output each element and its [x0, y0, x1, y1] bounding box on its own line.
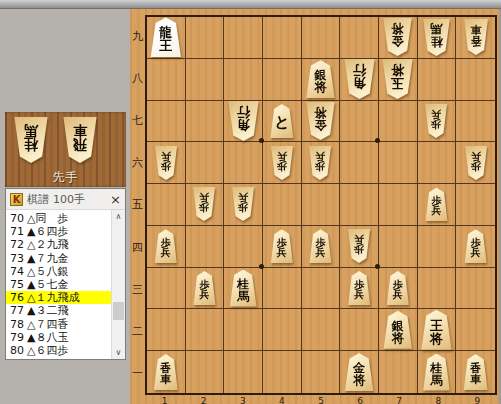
cell-4-5[interactable]: [263, 184, 302, 226]
shogi-piece-歩兵-gote[interactable]: 歩兵: [192, 271, 216, 305]
shogi-piece-金将-gote[interactable]: 金将: [344, 353, 375, 391]
shogi-piece-角行-sente[interactable]: 角行: [343, 59, 376, 99]
move-text: ▲５七金: [27, 278, 68, 291]
cell-6-9[interactable]: [340, 17, 379, 59]
piece-kanji: 金: [314, 119, 326, 131]
shogi-piece-歩兵-gote[interactable]: 歩兵: [154, 229, 178, 263]
move-text: ▲７九金: [27, 252, 68, 265]
cell-6-5[interactable]: [340, 184, 379, 226]
piece-kanji: 金: [392, 35, 404, 47]
piece-kanji: 龍: [159, 26, 172, 39]
piece-kanji: 歩: [238, 202, 248, 212]
cell-5-9[interactable]: [302, 17, 341, 59]
shogi-piece-歩兵-sente[interactable]: 歩兵: [424, 104, 448, 138]
piece-kanji: 歩: [161, 161, 171, 171]
kifu-move-row-77[interactable]: 77▲３二飛: [6, 304, 111, 317]
cell-2-8[interactable]: [186, 59, 225, 101]
piece-kanji: 馬: [24, 124, 38, 138]
rank-labels: 九八七六五四三二一: [130, 15, 145, 395]
piece-kanji: 将: [392, 23, 404, 35]
piece-kanji: 王: [159, 39, 172, 52]
piece-kanji: 兵: [315, 151, 325, 161]
shogi-piece-歩兵-sente[interactable]: 歩兵: [464, 146, 488, 180]
cell-4-7[interactable]: と: [263, 101, 302, 143]
piece-kanji: 車: [160, 374, 171, 385]
piece-kanji: 兵: [199, 192, 209, 202]
shogi-piece-桂馬-sente[interactable]: 桂馬: [13, 117, 49, 163]
piece-kanji: 歩: [471, 161, 481, 171]
cell-9-3[interactable]: [456, 268, 495, 310]
cell-3-4[interactable]: [224, 226, 263, 268]
cell-3-8[interactable]: [224, 59, 263, 101]
cell-6-6[interactable]: [340, 142, 379, 184]
rank-label: 二: [130, 311, 145, 353]
cell-9-6[interactable]: 歩兵: [456, 142, 495, 184]
move-number: 74: [6, 265, 24, 278]
cell-7-5[interactable]: [379, 184, 418, 226]
kifu-move-count: 100手: [53, 192, 85, 207]
file-label: 8: [419, 396, 458, 404]
cell-8-9[interactable]: 桂馬: [418, 17, 457, 59]
cell-3-7[interactable]: 角行: [224, 101, 263, 143]
cell-9-8[interactable]: [456, 59, 495, 101]
piece-kanji: 歩: [199, 202, 209, 212]
kifu-move-row-73[interactable]: 73▲７九金: [6, 252, 111, 265]
piece-kanji: 桂: [430, 35, 442, 47]
piece-kanji: 銀: [392, 320, 404, 332]
cell-4-9[interactable]: [263, 17, 302, 59]
cell-7-9[interactable]: 金将: [379, 17, 418, 59]
cell-9-1[interactable]: 香車: [456, 351, 495, 393]
piece-kanji: 兵: [277, 151, 287, 161]
cell-6-8[interactable]: 角行: [340, 59, 379, 101]
piece-kanji: 馬: [237, 290, 249, 302]
shogi-piece-歩兵-sente[interactable]: 歩兵: [231, 187, 255, 221]
cell-8-3[interactable]: [418, 268, 457, 310]
kifu-move-row-71[interactable]: 71▲６四歩: [6, 225, 111, 238]
shogi-piece-と-gote[interactable]: と: [269, 104, 294, 138]
cell-5-7[interactable]: 金将: [302, 101, 341, 143]
shogi-piece-飛車-sente[interactable]: 飛車: [62, 117, 98, 163]
piece-kanji: 玉: [391, 77, 404, 90]
piece-kanji: 将: [430, 332, 443, 345]
cell-2-7[interactable]: [186, 101, 225, 143]
piece-kanji: 車: [470, 374, 481, 385]
cell-4-3[interactable]: [263, 268, 302, 310]
move-text: △７四香: [27, 318, 68, 331]
shogi-piece-歩兵-sente[interactable]: 歩兵: [308, 146, 332, 180]
move-number: 75: [6, 278, 24, 291]
shogi-piece-金将-sente[interactable]: 金将: [305, 102, 336, 140]
cell-2-2[interactable]: [186, 309, 225, 351]
piece-kanji: 兵: [354, 234, 364, 244]
shogi-piece-銀将-gote[interactable]: 銀将: [305, 60, 336, 98]
cell-4-4[interactable]: 歩兵: [263, 226, 302, 268]
piece-kanji: 兵: [431, 206, 441, 216]
piece-kanji: 将: [314, 81, 326, 93]
scroll-up-icon[interactable]: ∧: [112, 210, 125, 223]
cell-5-5[interactable]: [302, 184, 341, 226]
kifu-app-icon: K: [10, 193, 23, 206]
shogi-piece-歩兵-gote[interactable]: 歩兵: [308, 229, 332, 263]
cell-1-9[interactable]: 龍王: [147, 17, 186, 59]
cell-5-6[interactable]: 歩兵: [302, 142, 341, 184]
scroll-down-icon[interactable]: ∨: [112, 346, 125, 359]
shogi-piece-歩兵-gote[interactable]: 歩兵: [270, 229, 294, 263]
piece-kanji: 歩: [315, 161, 325, 171]
cell-7-2[interactable]: 銀将: [379, 309, 418, 351]
file-label: 6: [341, 396, 380, 404]
move-number: 76: [6, 291, 24, 304]
shogi-piece-龍王-gote[interactable]: 龍王: [149, 17, 182, 57]
cell-6-3[interactable]: 歩兵: [340, 268, 379, 310]
file-label: 5: [301, 396, 340, 404]
shogi-piece-銀将-gote[interactable]: 銀将: [382, 311, 413, 349]
move-text: △１九飛成: [27, 291, 79, 304]
rank-label: 一: [130, 353, 145, 395]
move-number: 80: [6, 344, 24, 357]
cell-5-2[interactable]: [302, 309, 341, 351]
shogi-piece-香車-gote[interactable]: 香車: [463, 354, 489, 390]
cell-1-8[interactable]: [147, 59, 186, 101]
rank-label: 五: [130, 184, 145, 226]
shogi-piece-香車-gote[interactable]: 香車: [153, 354, 179, 390]
piece-kanji: 兵: [471, 151, 481, 161]
move-text: △５八銀: [27, 265, 68, 278]
cell-2-6[interactable]: [186, 142, 225, 184]
piece-kanji: 角: [237, 119, 250, 132]
shogi-app-window: 桂馬飛車 先手 K 棋譜 100手 × 70△同 歩71▲６四歩72△２九飛73…: [0, 0, 501, 404]
cell-5-8[interactable]: 銀将: [302, 59, 341, 101]
piece-kanji: 兵: [471, 248, 481, 258]
cell-8-6[interactable]: [418, 142, 457, 184]
file-label: 3: [223, 396, 262, 404]
piece-kanji: 王: [430, 319, 443, 332]
shogi-piece-金将-sente[interactable]: 金将: [382, 18, 413, 56]
move-number: 71: [6, 225, 24, 238]
shogi-piece-歩兵-gote[interactable]: 歩兵: [347, 271, 371, 305]
move-number: 79: [6, 331, 24, 344]
cell-6-7[interactable]: [340, 101, 379, 143]
piece-kanji: と: [274, 115, 289, 130]
piece-kanji: 兵: [199, 290, 209, 300]
kifu-title: 棋譜: [27, 192, 49, 207]
move-number: 70: [6, 212, 24, 225]
cell-2-9[interactable]: [186, 17, 225, 59]
kifu-move-row-80[interactable]: 80△６四歩: [6, 344, 111, 357]
shogi-piece-玉将-sente[interactable]: 玉将: [381, 59, 414, 99]
cell-6-4[interactable]: 歩兵: [340, 226, 379, 268]
cell-8-2[interactable]: 王将: [418, 309, 457, 351]
move-text: ▲６四歩: [27, 225, 68, 238]
kifu-scrollbar[interactable]: ∧ ∨: [111, 210, 125, 359]
kifu-window: K 棋譜 100手 × 70△同 歩71▲６四歩72△２九飛73▲７九金74△５…: [5, 188, 126, 360]
cell-6-2[interactable]: [340, 309, 379, 351]
file-label: 2: [184, 396, 223, 404]
kifu-move-row-75[interactable]: 75▲５七金: [6, 278, 111, 291]
move-number: 78: [6, 318, 24, 331]
rank-label: 三: [130, 268, 145, 310]
shogi-piece-桂馬-gote[interactable]: 桂馬: [229, 270, 258, 307]
shogi-piece-歩兵-sente[interactable]: 歩兵: [154, 146, 178, 180]
cell-7-8[interactable]: 玉将: [379, 59, 418, 101]
piece-kanji: 兵: [431, 109, 441, 119]
piece-kanji: 将: [391, 64, 404, 77]
piece-kanji: 兵: [315, 248, 325, 258]
cell-1-5[interactable]: [147, 184, 186, 226]
cell-5-4[interactable]: 歩兵: [302, 226, 341, 268]
piece-kanji: 将: [314, 107, 326, 119]
cell-9-7[interactable]: [456, 101, 495, 143]
piece-kanji: 兵: [354, 290, 364, 300]
shogi-piece-歩兵-gote[interactable]: 歩兵: [464, 229, 488, 263]
sente-hand-tray: 桂馬飛車 先手: [5, 112, 126, 187]
cell-1-7[interactable]: [147, 101, 186, 143]
kifu-move-row-79[interactable]: 79▲８八玉: [6, 331, 111, 344]
shogi-piece-歩兵-sente[interactable]: 歩兵: [347, 229, 371, 263]
file-label: 4: [262, 396, 301, 404]
piece-kanji: 歩: [431, 119, 441, 129]
piece-kanji: 桂: [24, 138, 38, 152]
cell-3-9[interactable]: [224, 17, 263, 59]
scroll-thumb[interactable]: [113, 302, 124, 320]
rank-label: 四: [130, 226, 145, 268]
sente-hand-label: 先手: [5, 169, 126, 186]
board-grid: 龍王金将桂馬香車銀将角行玉将角行と金将歩兵歩兵歩兵歩兵歩兵歩兵歩兵歩兵歩兵歩兵歩…: [145, 15, 497, 395]
piece-kanji: 兵: [161, 151, 171, 161]
cell-3-3[interactable]: 桂馬: [224, 268, 263, 310]
move-text: ▲３二飛: [27, 304, 68, 317]
kifu-move-row-78[interactable]: 78△７四香: [6, 318, 111, 331]
piece-kanji: 将: [353, 374, 365, 386]
cell-7-6[interactable]: [379, 142, 418, 184]
cell-4-1[interactable]: [263, 351, 302, 393]
cell-5-1[interactable]: [302, 351, 341, 393]
cell-1-3[interactable]: [147, 268, 186, 310]
cell-7-7[interactable]: [379, 101, 418, 143]
cell-6-1[interactable]: 金将: [340, 351, 379, 393]
move-text: ▲８八玉: [27, 331, 68, 344]
file-label: 7: [380, 396, 419, 404]
cell-7-1[interactable]: [379, 351, 418, 393]
cell-2-4[interactable]: [186, 226, 225, 268]
cell-7-3[interactable]: 歩兵: [379, 268, 418, 310]
piece-kanji: 兵: [161, 248, 171, 258]
move-number: 73: [6, 252, 24, 265]
piece-kanji: 歩: [277, 161, 287, 171]
shogi-piece-角行-sente[interactable]: 角行: [227, 101, 260, 141]
cell-9-9[interactable]: 香車: [456, 17, 495, 59]
shogi-piece-桂馬-sente[interactable]: 桂馬: [422, 19, 451, 56]
close-icon[interactable]: ×: [110, 193, 121, 206]
file-label: 1: [145, 396, 184, 404]
shogi-piece-歩兵-gote[interactable]: 歩兵: [424, 187, 448, 221]
rank-label: 八: [130, 57, 145, 99]
cell-3-1[interactable]: [224, 351, 263, 393]
move-number: 77: [6, 304, 24, 317]
shogi-piece-歩兵-sente[interactable]: 歩兵: [192, 187, 216, 221]
sente-hand-pieces: 桂馬飛車: [13, 117, 98, 163]
move-number: 72: [6, 238, 24, 251]
piece-kanji: 車: [73, 124, 87, 138]
cell-4-8[interactable]: [263, 59, 302, 101]
cell-1-2[interactable]: [147, 309, 186, 351]
shogi-piece-歩兵-sente[interactable]: 歩兵: [270, 146, 294, 180]
cell-9-5[interactable]: [456, 184, 495, 226]
cell-2-5[interactable]: 歩兵: [186, 184, 225, 226]
piece-kanji: 飛: [73, 138, 87, 152]
kifu-move-row-76[interactable]: 76△１九飛成: [6, 291, 111, 304]
piece-kanji: 兵: [277, 248, 287, 258]
piece-kanji: 兵: [393, 290, 403, 300]
shogi-piece-桂馬-gote[interactable]: 桂馬: [422, 354, 451, 391]
cell-8-8[interactable]: [418, 59, 457, 101]
cell-8-1[interactable]: 桂馬: [418, 351, 457, 393]
cell-9-4[interactable]: 歩兵: [456, 226, 495, 268]
piece-kanji: 歩: [354, 244, 364, 254]
piece-kanji: 馬: [430, 23, 442, 35]
rank-label: 六: [130, 142, 145, 184]
cell-9-2[interactable]: [456, 309, 495, 351]
cell-2-1[interactable]: [186, 351, 225, 393]
cell-3-6[interactable]: [224, 142, 263, 184]
piece-kanji: 行: [237, 106, 250, 119]
piece-kanji: 兵: [238, 192, 248, 202]
cell-7-4[interactable]: [379, 226, 418, 268]
star-point: [259, 264, 264, 269]
cell-1-1[interactable]: 香車: [147, 351, 186, 393]
piece-kanji: 香: [470, 35, 481, 46]
cell-8-7[interactable]: 歩兵: [418, 101, 457, 143]
cell-3-5[interactable]: 歩兵: [224, 184, 263, 226]
shogi-piece-王将-gote[interactable]: 王将: [420, 310, 453, 350]
kifu-move-row-72[interactable]: 72△２九飛: [6, 238, 111, 251]
piece-kanji: 車: [470, 24, 481, 35]
cell-4-6[interactable]: 歩兵: [263, 142, 302, 184]
kifu-move-row-74[interactable]: 74△５八銀: [6, 265, 111, 278]
move-text: △同 歩: [27, 212, 68, 225]
cell-4-2[interactable]: [263, 309, 302, 351]
move-text: △６四歩: [27, 344, 68, 357]
piece-kanji: 馬: [430, 374, 442, 386]
cell-8-4[interactable]: [418, 226, 457, 268]
file-label: 9: [458, 396, 497, 404]
cell-2-3[interactable]: 歩兵: [186, 268, 225, 310]
cell-3-2[interactable]: [224, 309, 263, 351]
piece-kanji: 将: [392, 332, 404, 344]
rank-label: 九: [130, 15, 145, 57]
window-top-edge: [0, 0, 501, 9]
shogi-piece-香車-sente[interactable]: 香車: [463, 19, 489, 55]
move-text: △２九飛: [27, 238, 68, 251]
star-point: [375, 264, 380, 269]
piece-kanji: 行: [353, 64, 366, 77]
cell-5-3[interactable]: [302, 268, 341, 310]
cell-1-4[interactable]: 歩兵: [147, 226, 186, 268]
shogi-board: 九八七六五四三二一 龍王金将桂馬香車銀将角行玉将角行と金将歩兵歩兵歩兵歩兵歩兵歩…: [130, 9, 499, 404]
cell-8-5[interactable]: 歩兵: [418, 184, 457, 226]
kifu-titlebar[interactable]: K 棋譜 100手 ×: [6, 189, 125, 210]
cell-1-6[interactable]: 歩兵: [147, 142, 186, 184]
shogi-piece-歩兵-gote[interactable]: 歩兵: [386, 271, 410, 305]
kifu-move-row-70[interactable]: 70△同 歩: [6, 212, 111, 225]
kifu-move-list[interactable]: 70△同 歩71▲６四歩72△２九飛73▲７九金74△５八銀75▲５七金76△１…: [6, 210, 111, 359]
piece-kanji: 角: [353, 77, 366, 90]
file-labels: 123456789: [145, 396, 497, 404]
rank-label: 七: [130, 99, 145, 141]
